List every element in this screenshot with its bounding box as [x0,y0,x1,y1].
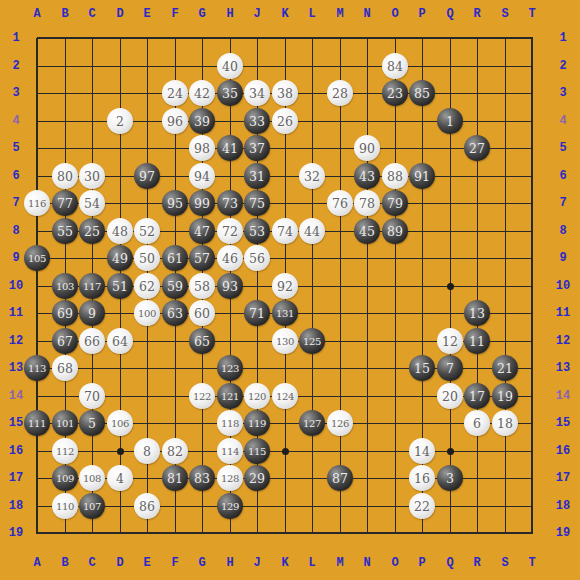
stone-G7[interactable]: 99 [189,190,215,216]
stone-P17[interactable]: 16 [409,465,435,491]
stone-G10[interactable]: 58 [189,273,215,299]
move-number: 107 [83,501,101,512]
stone-H2[interactable]: 40 [217,53,243,79]
stone-S15[interactable]: 18 [492,410,518,436]
stone-F7[interactable]: 95 [162,190,188,216]
stone-G11[interactable]: 60 [189,300,215,326]
stone-C6[interactable]: 30 [79,163,105,189]
stone-C18[interactable]: 107 [79,493,105,519]
stone-G6[interactable]: 94 [189,163,215,189]
stone-J17[interactable]: 29 [244,465,270,491]
move-number: 56 [249,251,265,266]
move-number: 66 [84,334,100,349]
stone-P13[interactable]: 15 [409,355,435,381]
stone-R14[interactable]: 17 [464,383,490,409]
stone-B6[interactable]: 80 [52,163,78,189]
row-label-left-16: 16 [3,444,29,458]
row-label-right-16: 16 [550,444,576,458]
row-label-right-7: 7 [550,196,576,210]
col-label-top-J: J [244,7,270,21]
move-number: 87 [332,471,348,486]
row-label-left-4: 4 [3,114,29,128]
move-number: 20 [442,389,458,404]
stone-S14[interactable]: 19 [492,383,518,409]
move-number: 14 [414,444,430,459]
stone-J6[interactable]: 31 [244,163,270,189]
stone-Q14[interactable]: 20 [437,383,463,409]
move-number: 117 [83,281,101,292]
stone-B13[interactable]: 68 [52,355,78,381]
stone-B17[interactable]: 109 [52,465,78,491]
stone-F11[interactable]: 63 [162,300,188,326]
stone-A15[interactable]: 111 [24,410,50,436]
stone-O3[interactable]: 23 [382,80,408,106]
stone-B11[interactable]: 69 [52,300,78,326]
row-label-right-5: 5 [550,141,576,155]
stone-J16[interactable]: 115 [244,438,270,464]
stone-P3[interactable]: 85 [409,80,435,106]
move-number: 1 [446,114,454,129]
move-number: 131 [276,308,294,319]
row-label-right-2: 2 [550,59,576,73]
move-number: 55 [57,224,73,239]
move-number: 57 [194,251,210,266]
row-label-left-8: 8 [3,224,29,238]
move-number: 91 [414,169,430,184]
move-number: 29 [249,471,265,486]
stone-F17[interactable]: 81 [162,465,188,491]
stone-N7[interactable]: 78 [354,190,380,216]
stone-R5[interactable]: 27 [464,135,490,161]
stone-K11[interactable]: 131 [272,300,298,326]
grid-line-vertical-O [395,38,396,534]
row-label-right-13: 13 [550,361,576,375]
stone-F10[interactable]: 59 [162,273,188,299]
move-number: 17 [469,389,485,404]
move-number: 99 [194,196,210,211]
col-label-top-E: E [134,7,160,21]
stone-A9[interactable]: 105 [24,245,50,271]
col-label-bottom-B: B [52,556,78,570]
row-label-right-19: 19 [550,526,576,540]
stone-J11[interactable]: 71 [244,300,270,326]
move-number: 38 [277,86,293,101]
row-label-left-14: 14 [3,389,29,403]
stone-P18[interactable]: 22 [409,493,435,519]
col-label-top-A: A [24,7,50,21]
stone-H10[interactable]: 93 [217,273,243,299]
stone-H3[interactable]: 35 [217,80,243,106]
move-number: 62 [139,279,155,294]
stone-D4[interactable]: 2 [107,108,133,134]
stone-F4[interactable]: 96 [162,108,188,134]
move-number: 129 [221,501,239,512]
move-number: 75 [249,196,265,211]
move-number: 22 [414,499,430,514]
stone-G8[interactable]: 47 [189,218,215,244]
stone-F16[interactable]: 82 [162,438,188,464]
row-label-left-5: 5 [3,141,29,155]
stone-E8[interactable]: 52 [134,218,160,244]
stone-H16[interactable]: 114 [217,438,243,464]
row-label-left-19: 19 [3,526,29,540]
stone-L6[interactable]: 32 [299,163,325,189]
stone-D12[interactable]: 64 [107,328,133,354]
move-number: 73 [222,196,238,211]
move-number: 76 [332,196,348,211]
stone-L12[interactable]: 125 [299,328,325,354]
move-number: 52 [139,224,155,239]
stone-M17[interactable]: 87 [327,465,353,491]
stone-A13[interactable]: 113 [24,355,50,381]
stone-H13[interactable]: 123 [217,355,243,381]
move-number: 54 [84,196,100,211]
move-number: 85 [414,86,430,101]
stone-R11[interactable]: 13 [464,300,490,326]
stone-G14[interactable]: 122 [189,383,215,409]
stone-P16[interactable]: 14 [409,438,435,464]
move-number: 11 [469,334,485,349]
row-label-left-18: 18 [3,499,29,513]
move-number: 121 [221,391,239,402]
stone-Q12[interactable]: 12 [437,328,463,354]
move-number: 89 [387,224,403,239]
stone-C12[interactable]: 66 [79,328,105,354]
move-number: 122 [193,391,211,402]
stone-D10[interactable]: 51 [107,273,133,299]
move-number: 31 [249,169,265,184]
row-label-left-1: 1 [3,31,29,45]
star-point-D16 [117,448,124,455]
stone-B10[interactable]: 103 [52,273,78,299]
move-number: 47 [194,224,210,239]
stone-J3[interactable]: 34 [244,80,270,106]
star-point-Q16 [447,448,454,455]
col-label-top-N: N [354,7,380,21]
row-label-right-1: 1 [550,31,576,45]
move-number: 45 [359,224,375,239]
stone-D8[interactable]: 48 [107,218,133,244]
stone-B16[interactable]: 112 [52,438,78,464]
stone-K3[interactable]: 38 [272,80,298,106]
col-label-bottom-F: F [162,556,188,570]
col-label-top-H: H [217,7,243,21]
move-number: 116 [28,198,46,209]
move-number: 130 [276,336,294,347]
move-number: 68 [57,361,73,376]
col-label-bottom-G: G [189,556,215,570]
row-label-left-6: 6 [3,169,29,183]
stone-H7[interactable]: 73 [217,190,243,216]
move-number: 77 [57,196,73,211]
move-number: 128 [221,473,239,484]
stone-C15[interactable]: 5 [79,410,105,436]
row-label-left-12: 12 [3,334,29,348]
move-number: 83 [194,471,210,486]
move-number: 60 [194,306,210,321]
row-label-right-12: 12 [550,334,576,348]
col-label-bottom-T: T [519,556,545,570]
col-label-bottom-L: L [299,556,325,570]
col-label-top-C: C [79,7,105,21]
move-number: 23 [387,86,403,101]
col-label-top-D: D [107,7,133,21]
move-number: 53 [249,224,265,239]
stone-D15[interactable]: 106 [107,410,133,436]
row-label-right-4: 4 [550,114,576,128]
move-number: 18 [497,416,513,431]
col-label-bottom-A: A [24,556,50,570]
move-number: 25 [84,224,100,239]
stone-E16[interactable]: 8 [134,438,160,464]
move-number: 43 [359,169,375,184]
col-label-bottom-N: N [354,556,380,570]
col-label-bottom-P: P [409,556,435,570]
move-number: 3 [446,471,454,486]
move-number: 100 [138,308,156,319]
stone-H15[interactable]: 118 [217,410,243,436]
move-number: 84 [387,59,403,74]
stone-J4[interactable]: 33 [244,108,270,134]
move-number: 34 [249,86,265,101]
stone-E18[interactable]: 86 [134,493,160,519]
move-number: 59 [167,279,183,294]
stone-N5[interactable]: 90 [354,135,380,161]
stone-G17[interactable]: 83 [189,465,215,491]
grid-line-horizontal-18 [37,506,533,507]
stone-O6[interactable]: 88 [382,163,408,189]
row-label-right-6: 6 [550,169,576,183]
stone-A7[interactable]: 116 [24,190,50,216]
move-number: 2 [116,114,124,129]
move-number: 40 [222,59,238,74]
star-point-Q10 [447,283,454,290]
move-number: 101 [56,418,74,429]
move-number: 114 [221,446,239,457]
move-number: 80 [57,169,73,184]
move-number: 74 [277,224,293,239]
move-number: 5 [88,416,96,431]
move-number: 71 [249,306,265,321]
stone-F3[interactable]: 24 [162,80,188,106]
move-number: 98 [194,141,210,156]
grid-line-vertical-S [505,38,506,534]
move-number: 37 [249,141,265,156]
move-number: 94 [194,169,210,184]
stone-H8[interactable]: 72 [217,218,243,244]
stone-H9[interactable]: 46 [217,245,243,271]
col-label-bottom-O: O [382,556,408,570]
move-number: 39 [194,114,210,129]
move-number: 35 [222,86,238,101]
col-label-bottom-H: H [217,556,243,570]
move-number: 78 [359,196,375,211]
move-number: 44 [304,224,320,239]
stone-B8[interactable]: 55 [52,218,78,244]
stone-J5[interactable]: 37 [244,135,270,161]
stone-S13[interactable]: 21 [492,355,518,381]
move-number: 30 [84,169,100,184]
move-number: 124 [276,391,294,402]
grid-line-vertical-R [477,38,478,534]
move-number: 123 [221,363,239,374]
stone-H17[interactable]: 128 [217,465,243,491]
move-number: 58 [194,279,210,294]
move-number: 6 [473,416,481,431]
stone-J7[interactable]: 75 [244,190,270,216]
col-label-top-G: G [189,7,215,21]
stone-M3[interactable]: 28 [327,80,353,106]
stone-E11[interactable]: 100 [134,300,160,326]
stone-N6[interactable]: 43 [354,163,380,189]
move-number: 110 [56,501,74,512]
col-label-bottom-R: R [464,556,490,570]
move-number: 16 [414,471,430,486]
grid-line-vertical-N [367,38,368,534]
grid-line-vertical-T [531,38,533,534]
move-number: 48 [112,224,128,239]
move-number: 61 [167,251,183,266]
col-label-bottom-Q: Q [437,556,463,570]
stone-G5[interactable]: 98 [189,135,215,161]
stone-J9[interactable]: 56 [244,245,270,271]
stone-G4[interactable]: 39 [189,108,215,134]
stone-B18[interactable]: 110 [52,493,78,519]
col-label-top-S: S [492,7,518,21]
move-number: 67 [57,334,73,349]
col-label-bottom-K: K [272,556,298,570]
stone-C8[interactable]: 25 [79,218,105,244]
stone-M15[interactable]: 126 [327,410,353,436]
move-number: 46 [222,251,238,266]
move-number: 41 [222,141,238,156]
move-number: 118 [221,418,239,429]
move-number: 72 [222,224,238,239]
stone-C10[interactable]: 117 [79,273,105,299]
stone-Q13[interactable]: 7 [437,355,463,381]
stone-E9[interactable]: 50 [134,245,160,271]
stone-K12[interactable]: 130 [272,328,298,354]
stone-D17[interactable]: 4 [107,465,133,491]
move-number: 81 [167,471,183,486]
row-label-right-3: 3 [550,86,576,100]
stone-B12[interactable]: 67 [52,328,78,354]
row-label-left-3: 3 [3,86,29,100]
move-number: 79 [387,196,403,211]
stone-P6[interactable]: 91 [409,163,435,189]
grid-line-horizontal-19 [37,532,533,534]
col-label-top-K: K [272,7,298,21]
move-number: 51 [112,279,128,294]
move-number: 96 [167,114,183,129]
move-number: 112 [56,446,74,457]
stone-O7[interactable]: 79 [382,190,408,216]
star-point-K16 [282,448,289,455]
move-number: 125 [303,336,321,347]
move-number: 49 [112,251,128,266]
stone-B7[interactable]: 77 [52,190,78,216]
stone-C14[interactable]: 70 [79,383,105,409]
move-number: 126 [331,418,349,429]
stone-F9[interactable]: 61 [162,245,188,271]
move-number: 82 [167,444,183,459]
grid-line-vertical-M [340,38,341,534]
col-label-top-O: O [382,7,408,21]
stone-O8[interactable]: 89 [382,218,408,244]
stone-R15[interactable]: 6 [464,410,490,436]
col-label-bottom-E: E [134,556,160,570]
stone-J14[interactable]: 120 [244,383,270,409]
go-board[interactable]: AABBCCDDEEFFGGHHJJKKLLMMNNOOPPQQRRSSTT11… [0,0,580,580]
stone-H14[interactable]: 121 [217,383,243,409]
move-number: 15 [414,361,430,376]
col-label-top-F: F [162,7,188,21]
move-number: 105 [28,253,46,264]
stone-E10[interactable]: 62 [134,273,160,299]
col-label-bottom-D: D [107,556,133,570]
stone-E6[interactable]: 97 [134,163,160,189]
stone-J8[interactable]: 53 [244,218,270,244]
move-number: 4 [116,471,124,486]
col-label-top-T: T [519,7,545,21]
stone-K4[interactable]: 26 [272,108,298,134]
stone-J15[interactable]: 119 [244,410,270,436]
stone-H18[interactable]: 129 [217,493,243,519]
stone-L15[interactable]: 127 [299,410,325,436]
move-number: 33 [249,114,265,129]
row-label-right-14: 14 [550,389,576,403]
stone-N8[interactable]: 45 [354,218,380,244]
move-number: 19 [497,389,513,404]
stone-D9[interactable]: 49 [107,245,133,271]
stone-Q4[interactable]: 1 [437,108,463,134]
stone-M7[interactable]: 76 [327,190,353,216]
stone-O2[interactable]: 84 [382,53,408,79]
stone-C11[interactable]: 9 [79,300,105,326]
stone-Q17[interactable]: 3 [437,465,463,491]
stone-C7[interactable]: 54 [79,190,105,216]
move-number: 120 [248,391,266,402]
stone-R12[interactable]: 11 [464,328,490,354]
move-number: 113 [28,363,46,374]
move-number: 127 [303,418,321,429]
move-number: 108 [83,473,101,484]
move-number: 115 [248,446,266,457]
move-number: 27 [469,141,485,156]
stone-K8[interactable]: 74 [272,218,298,244]
move-number: 95 [167,196,183,211]
stone-B15[interactable]: 101 [52,410,78,436]
stone-G12[interactable]: 65 [189,328,215,354]
stone-K10[interactable]: 92 [272,273,298,299]
move-number: 97 [139,169,155,184]
move-number: 26 [277,114,293,129]
stone-H5[interactable]: 41 [217,135,243,161]
move-number: 28 [332,86,348,101]
stone-L8[interactable]: 44 [299,218,325,244]
move-number: 9 [88,306,96,321]
move-number: 13 [469,306,485,321]
stone-C17[interactable]: 108 [79,465,105,491]
move-number: 50 [139,251,155,266]
row-label-right-11: 11 [550,306,576,320]
move-number: 63 [167,306,183,321]
stone-K14[interactable]: 124 [272,383,298,409]
col-label-bottom-J: J [244,556,270,570]
stone-G3[interactable]: 42 [189,80,215,106]
stone-G9[interactable]: 57 [189,245,215,271]
col-label-top-P: P [409,7,435,21]
